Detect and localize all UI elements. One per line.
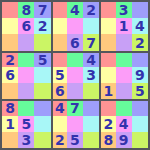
cell-r4c6[interactable] xyxy=(99,67,115,83)
cell-r2c3[interactable] xyxy=(51,34,67,50)
cell-r5c5[interactable] xyxy=(83,83,99,99)
cell-r0c4[interactable]: 4 xyxy=(67,2,83,18)
cell-r1c6[interactable] xyxy=(99,18,115,34)
cell-r1c7[interactable]: 1 xyxy=(116,18,132,34)
cell-r7c7[interactable]: 4 xyxy=(116,116,132,132)
sudoku-board: 8742362146722546539615847152432589 xyxy=(0,0,150,150)
cell-r2c7[interactable] xyxy=(116,34,132,50)
cell-r3c8[interactable] xyxy=(132,51,148,67)
cell-r5c3[interactable]: 6 xyxy=(51,83,67,99)
cell-r4c4[interactable] xyxy=(67,67,83,83)
cell-r8c2[interactable] xyxy=(34,132,50,148)
cell-r7c1[interactable]: 5 xyxy=(18,116,34,132)
cell-r5c4[interactable] xyxy=(67,83,83,99)
cell-r1c3[interactable] xyxy=(51,18,67,34)
cell-r4c5[interactable]: 3 xyxy=(83,67,99,83)
cell-r4c1[interactable] xyxy=(18,67,34,83)
cell-r2c1[interactable] xyxy=(18,34,34,50)
cell-r1c0[interactable] xyxy=(2,18,18,34)
cell-r0c6[interactable] xyxy=(99,2,115,18)
cell-r5c8[interactable]: 5 xyxy=(132,83,148,99)
cell-r0c5[interactable]: 2 xyxy=(83,2,99,18)
cell-r7c0[interactable]: 1 xyxy=(2,116,18,132)
cell-r3c5[interactable]: 4 xyxy=(83,51,99,67)
cell-r6c8[interactable] xyxy=(132,99,148,115)
cell-r6c6[interactable] xyxy=(99,99,115,115)
cell-r5c0[interactable] xyxy=(2,83,18,99)
cell-r0c0[interactable] xyxy=(2,2,18,18)
cell-r6c4[interactable]: 7 xyxy=(67,99,83,115)
cell-r7c2[interactable] xyxy=(34,116,50,132)
cell-r2c0[interactable] xyxy=(2,34,18,50)
cell-r7c5[interactable] xyxy=(83,116,99,132)
cell-r1c4[interactable] xyxy=(67,18,83,34)
cell-r0c1[interactable]: 8 xyxy=(18,2,34,18)
cell-r7c3[interactable] xyxy=(51,116,67,132)
cell-r3c0[interactable]: 2 xyxy=(2,51,18,67)
cell-r8c0[interactable] xyxy=(2,132,18,148)
cell-r4c7[interactable] xyxy=(116,67,132,83)
cell-r3c4[interactable] xyxy=(67,51,83,67)
cell-r8c6[interactable]: 8 xyxy=(99,132,115,148)
cell-r6c2[interactable] xyxy=(34,99,50,115)
cell-r6c3[interactable]: 4 xyxy=(51,99,67,115)
cell-r8c7[interactable]: 9 xyxy=(116,132,132,148)
cell-r7c4[interactable] xyxy=(67,116,83,132)
cell-r2c5[interactable]: 7 xyxy=(83,34,99,50)
cell-r1c8[interactable]: 4 xyxy=(132,18,148,34)
cell-r3c2[interactable]: 5 xyxy=(34,51,50,67)
cell-r6c0[interactable]: 8 xyxy=(2,99,18,115)
cell-r2c8[interactable]: 2 xyxy=(132,34,148,50)
cell-r2c4[interactable]: 6 xyxy=(67,34,83,50)
cell-r8c1[interactable]: 3 xyxy=(18,132,34,148)
cell-r3c1[interactable] xyxy=(18,51,34,67)
cell-r8c3[interactable]: 2 xyxy=(51,132,67,148)
cell-r1c2[interactable]: 2 xyxy=(34,18,50,34)
cell-r0c8[interactable] xyxy=(132,2,148,18)
cell-r7c8[interactable] xyxy=(132,116,148,132)
cell-r3c6[interactable] xyxy=(99,51,115,67)
cell-r3c3[interactable] xyxy=(51,51,67,67)
cell-r7c6[interactable]: 2 xyxy=(99,116,115,132)
cell-r5c1[interactable] xyxy=(18,83,34,99)
cell-r3c7[interactable] xyxy=(116,51,132,67)
cell-r1c5[interactable] xyxy=(83,18,99,34)
cell-r8c5[interactable] xyxy=(83,132,99,148)
cell-r0c7[interactable]: 3 xyxy=(116,2,132,18)
cell-r4c0[interactable]: 6 xyxy=(2,67,18,83)
cell-r2c2[interactable] xyxy=(34,34,50,50)
cell-r5c7[interactable] xyxy=(116,83,132,99)
cell-r4c2[interactable] xyxy=(34,67,50,83)
cell-r2c6[interactable] xyxy=(99,34,115,50)
cell-r8c4[interactable]: 5 xyxy=(67,132,83,148)
cell-r8c8[interactable] xyxy=(132,132,148,148)
cell-r6c7[interactable] xyxy=(116,99,132,115)
cell-r6c5[interactable] xyxy=(83,99,99,115)
cell-r5c6[interactable]: 1 xyxy=(99,83,115,99)
cell-r6c1[interactable] xyxy=(18,99,34,115)
cell-r4c8[interactable]: 9 xyxy=(132,67,148,83)
cell-r0c2[interactable]: 7 xyxy=(34,2,50,18)
cell-r4c3[interactable]: 5 xyxy=(51,67,67,83)
cell-r5c2[interactable] xyxy=(34,83,50,99)
cell-r0c3[interactable] xyxy=(51,2,67,18)
cell-r1c1[interactable]: 6 xyxy=(18,18,34,34)
